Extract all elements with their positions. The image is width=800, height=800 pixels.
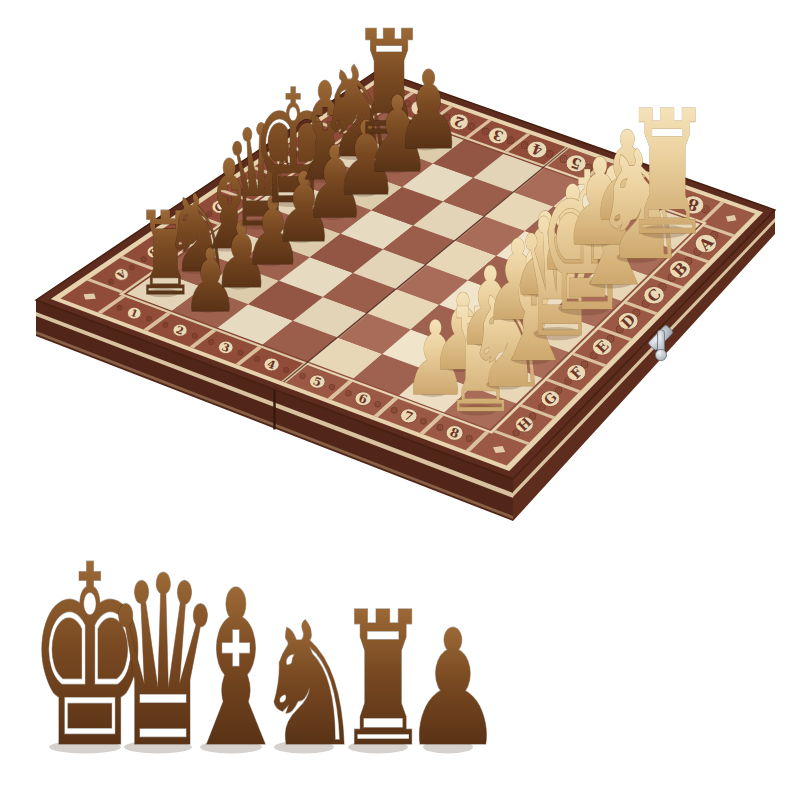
piece-dark-pawn-h7: ♟ — [394, 48, 464, 173]
corner-diamond — [84, 293, 96, 299]
lineup-pawn: ♟ — [403, 596, 503, 783]
clasp-ball — [655, 349, 666, 360]
piece-light-rook-h1: ♜ — [623, 74, 712, 273]
chess-set-scene: 1234567812345678ABCDEFGHABCDEFGH♜♞♟♝♟♛♟♚… — [0, 0, 800, 800]
chess-set-product-photo: 1234567812345678ABCDEFGHABCDEFGH♜♞♟♝♟♛♟♚… — [0, 0, 800, 800]
piece-lineup: ♚♛♝♞♜♟ — [28, 512, 503, 800]
